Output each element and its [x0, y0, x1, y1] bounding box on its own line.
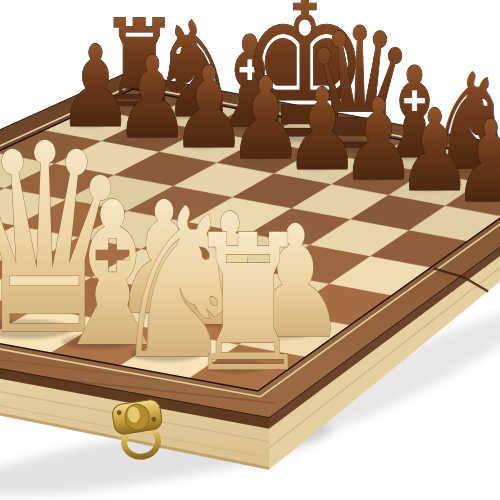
chess-board-scene: ♜♞♝♚♛♝♞♟♟♟♟♟♟♟♟♟♟♟♛♝♞♜ — [0, 0, 500, 500]
piece-glyph: ♟ — [453, 95, 500, 227]
piece-dark-pawn-a7: ♟ — [453, 95, 500, 227]
chess-set-product-photo: ♜♞♝♚♛♝♞♟♟♟♟♟♟♟♟♟♟♟♛♝♞♜ — [0, 0, 500, 500]
piece-glyph: ♜ — [185, 194, 311, 412]
piece-light-rook-a1: ♜ — [185, 194, 311, 412]
